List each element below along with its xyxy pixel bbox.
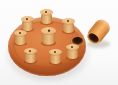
peg-cap [14, 30, 27, 36]
peg-S[interactable] [49, 49, 62, 65]
removed-peg-cylinder [85, 17, 112, 46]
peg-N[interactable] [40, 9, 53, 25]
photo-scene [0, 0, 118, 85]
peg-NE[interactable] [62, 18, 75, 34]
peg-body [50, 54, 61, 64]
peg-cap [62, 18, 75, 24]
peg-scent-hole-icon [71, 46, 73, 48]
peg-scent-hole-icon [54, 51, 56, 53]
removed-peg[interactable] [89, 19, 109, 45]
peg-body [41, 14, 52, 24]
peg-cap [49, 49, 62, 55]
peg-scent-hole-icon [29, 50, 31, 52]
peg-SE[interactable] [66, 44, 79, 60]
puzzle-board [8, 17, 86, 76]
peg-W[interactable] [14, 30, 27, 46]
peg-scent-hole-icon [47, 29, 49, 31]
peg-scent-hole-icon [26, 18, 28, 20]
peg-body [25, 53, 36, 63]
peg-cap [40, 27, 55, 34]
peg-cap [40, 9, 53, 15]
peg-body [63, 23, 74, 33]
peg-body [67, 49, 78, 59]
peg-SW[interactable] [24, 48, 37, 64]
peg-cap [21, 16, 34, 22]
peg-body [42, 33, 55, 45]
peg-scent-hole-icon [45, 11, 47, 13]
peg-cap [24, 48, 37, 54]
peg-body [15, 35, 26, 45]
peg-scent-hole-icon [19, 32, 21, 34]
peg-cap [66, 44, 79, 50]
peg-scent-hole-icon [67, 20, 69, 22]
peg-center[interactable] [40, 27, 55, 46]
